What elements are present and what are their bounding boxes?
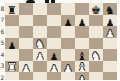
- square-b3[interactable]: ♟: [19, 61, 33, 73]
- square-d3[interactable]: ♟: [47, 61, 61, 73]
- square-d2[interactable]: [47, 72, 61, 80]
- chess-board: ♜♚♞♟♟♟♟♟♞♟♟♝♞♜♟♟♟♝♟: [5, 3, 117, 80]
- square-f5[interactable]: [75, 38, 89, 50]
- square-a6[interactable]: [5, 26, 19, 38]
- square-g4[interactable]: ♞: [89, 49, 103, 61]
- square-e3[interactable]: ♟: [61, 61, 75, 73]
- square-d6[interactable]: [47, 26, 61, 38]
- square-g3[interactable]: [89, 61, 103, 73]
- square-c8[interactable]: [33, 3, 47, 15]
- square-a5[interactable]: ♟: [5, 38, 19, 50]
- square-f7[interactable]: ♟: [75, 15, 89, 27]
- black-king-piece[interactable]: ♚: [91, 4, 101, 15]
- square-h6[interactable]: ♟: [103, 26, 117, 38]
- square-b2[interactable]: [19, 72, 33, 80]
- square-c2[interactable]: [33, 72, 47, 80]
- square-f8[interactable]: [75, 3, 89, 15]
- white-knight-c5-piece[interactable]: ♞: [35, 39, 45, 50]
- square-c5[interactable]: ♞: [33, 38, 47, 50]
- black-bishop-f4-piece[interactable]: ♝: [77, 50, 87, 61]
- square-a4[interactable]: [5, 49, 19, 61]
- square-b8[interactable]: [19, 3, 33, 15]
- square-b6[interactable]: [19, 26, 33, 38]
- chess-diagram: 8765432 ♜♚♞♟♟♟♟♟♞♟♟♝♞♜♟♟♟♝♟: [0, 0, 120, 80]
- square-f3[interactable]: ♝: [75, 61, 89, 73]
- square-e8[interactable]: [61, 3, 75, 15]
- square-g6[interactable]: [89, 26, 103, 38]
- square-a3[interactable]: ♜: [5, 61, 19, 73]
- square-d4[interactable]: ♟: [47, 49, 61, 61]
- square-c3[interactable]: [33, 61, 47, 73]
- square-d8[interactable]: [47, 3, 61, 15]
- square-a2[interactable]: [5, 72, 19, 80]
- square-h5[interactable]: [103, 38, 117, 50]
- square-g7[interactable]: [89, 15, 103, 27]
- square-g8[interactable]: ♚: [89, 3, 103, 15]
- square-d7[interactable]: [47, 15, 61, 27]
- square-g5[interactable]: [89, 38, 103, 50]
- square-e6[interactable]: [61, 26, 75, 38]
- square-h2[interactable]: [103, 72, 117, 80]
- square-h3[interactable]: [103, 61, 117, 73]
- square-h8[interactable]: ♞: [103, 3, 117, 15]
- square-a8[interactable]: ♜: [5, 3, 19, 15]
- square-h7[interactable]: ♟: [103, 15, 117, 27]
- square-b7[interactable]: [19, 15, 33, 27]
- square-c6[interactable]: [33, 26, 47, 38]
- square-g2[interactable]: [89, 72, 103, 80]
- white-knight-g4-piece[interactable]: ♞: [91, 50, 101, 61]
- square-e5[interactable]: [61, 38, 75, 50]
- square-f4[interactable]: ♝: [75, 49, 89, 61]
- square-c4[interactable]: ♟: [33, 49, 47, 61]
- square-e7[interactable]: ♟: [61, 15, 75, 27]
- square-f6[interactable]: [75, 26, 89, 38]
- square-e2[interactable]: [61, 72, 75, 80]
- white-pawn-f2-piece[interactable]: ♟: [78, 75, 87, 81]
- square-f2[interactable]: ♟: [75, 72, 89, 80]
- square-b4[interactable]: [19, 49, 33, 61]
- white-bishop-f3-piece[interactable]: ♝: [77, 62, 87, 73]
- square-c7[interactable]: [33, 15, 47, 27]
- black-rook-piece[interactable]: ♜: [7, 4, 17, 15]
- square-e4[interactable]: [61, 49, 75, 61]
- square-b5[interactable]: [19, 38, 33, 50]
- black-knight-piece[interactable]: ♞: [105, 4, 115, 15]
- square-a7[interactable]: [5, 15, 19, 27]
- square-d5[interactable]: [47, 38, 61, 50]
- white-rook-a3-piece[interactable]: ♜: [7, 62, 17, 73]
- square-h4[interactable]: [103, 49, 117, 61]
